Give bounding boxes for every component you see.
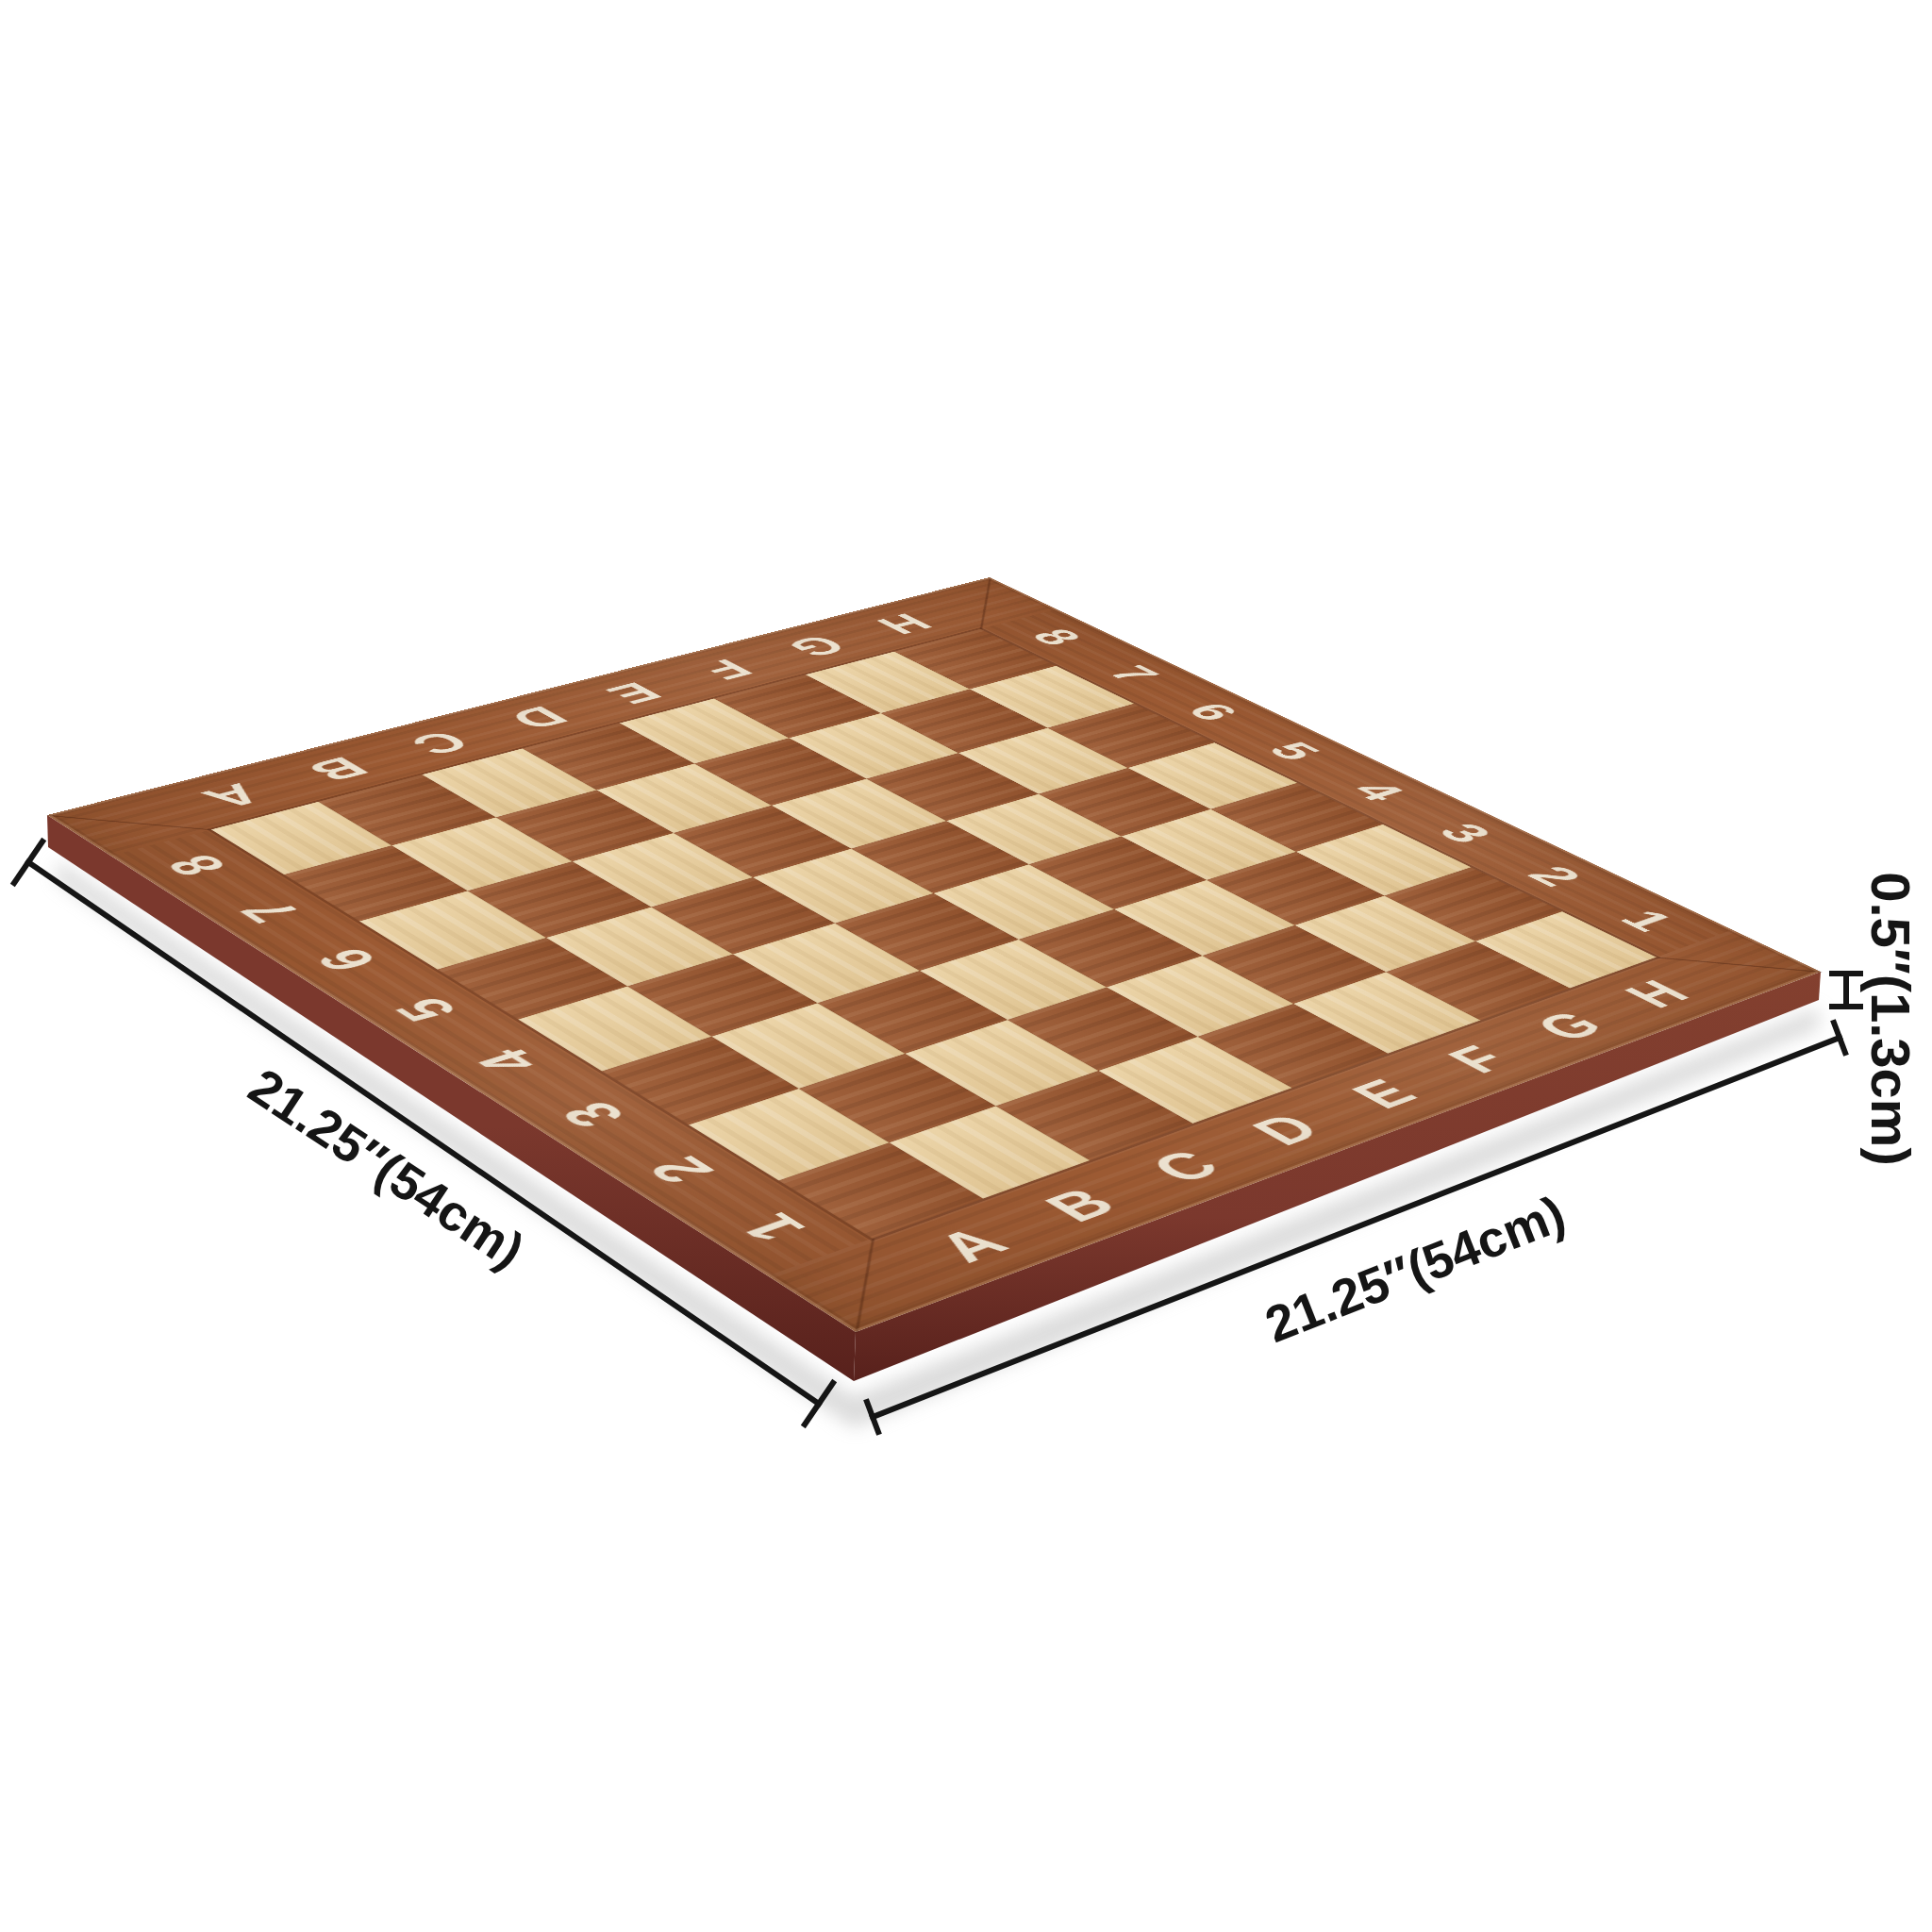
dimension-depth-label: 21.25″(54cm): [1257, 1185, 1573, 1354]
dimension-depth-line: [867, 1023, 1845, 1432]
dimension-width-label: 21.25″(54cm): [240, 1058, 535, 1279]
dimension-overlay: 21.25″(54cm) 21.25″(54cm) 0.5″(1.3cm): [0, 0, 1932, 1932]
dimension-thickness-label: 0.5″(1.3cm): [1860, 872, 1922, 1166]
dimension-thickness-marker: [1832, 974, 1860, 1007]
dimension-width-line: [14, 841, 833, 1424]
product-photo-stage: AABBCCDDEEFFGGHH8877665544332211 21.25″(…: [0, 0, 1932, 1932]
